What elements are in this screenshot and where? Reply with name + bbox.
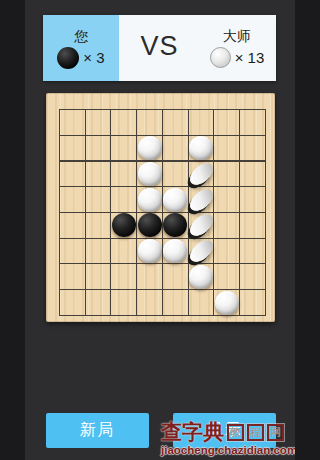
player-master-label: 大师 bbox=[223, 28, 251, 44]
player-you-panel: 您 × 3 bbox=[43, 15, 119, 81]
game-board bbox=[46, 93, 275, 322]
watermark-url: jiaocheng.chazidian.com bbox=[161, 444, 295, 456]
white-disc-flipping bbox=[186, 210, 217, 240]
white-disc bbox=[215, 291, 239, 315]
white-disc bbox=[189, 136, 213, 160]
black-disc bbox=[163, 213, 187, 237]
white-disc bbox=[138, 239, 162, 263]
white-disc bbox=[163, 188, 187, 212]
black-disc bbox=[138, 213, 162, 237]
white-disc bbox=[138, 136, 162, 160]
watermark-box-char: 程 bbox=[247, 424, 264, 441]
white-stone-icon bbox=[210, 47, 231, 68]
player-you-count: × 3 bbox=[83, 49, 104, 66]
new-game-button[interactable]: 新局 bbox=[46, 413, 149, 448]
player-master-count: × 13 bbox=[235, 49, 265, 66]
scoreboard: 您 × 3 VS 大师 × 13 bbox=[43, 15, 276, 81]
white-disc bbox=[189, 265, 213, 289]
white-disc-flipping bbox=[186, 185, 217, 215]
watermark-row1: 查字典 教 程 网 bbox=[161, 421, 295, 443]
watermark-brand: 查字典 bbox=[161, 421, 224, 443]
player-you-label: 您 bbox=[74, 28, 88, 44]
white-disc bbox=[138, 162, 162, 186]
player-you-score: × 3 bbox=[57, 47, 104, 69]
watermark: 查字典 教 程 网 jiaocheng.chazidian.com bbox=[161, 421, 295, 456]
board-grid[interactable] bbox=[59, 109, 266, 316]
watermark-box-char: 教 bbox=[227, 424, 244, 441]
player-master-panel: 大师 × 13 bbox=[198, 15, 276, 81]
white-disc-flipping bbox=[186, 236, 217, 266]
app-screen: 您 × 3 VS 大师 × 13 新局 提示 查字典 教 程 网 jiaoche… bbox=[25, 0, 295, 460]
black-stone-icon bbox=[57, 47, 79, 69]
vs-label: VS bbox=[140, 31, 178, 62]
white-disc bbox=[138, 188, 162, 212]
player-master-score: × 13 bbox=[210, 47, 265, 68]
white-disc bbox=[163, 239, 187, 263]
white-disc-flipping bbox=[186, 159, 217, 189]
watermark-box-char: 网 bbox=[267, 424, 284, 441]
black-disc bbox=[112, 213, 136, 237]
